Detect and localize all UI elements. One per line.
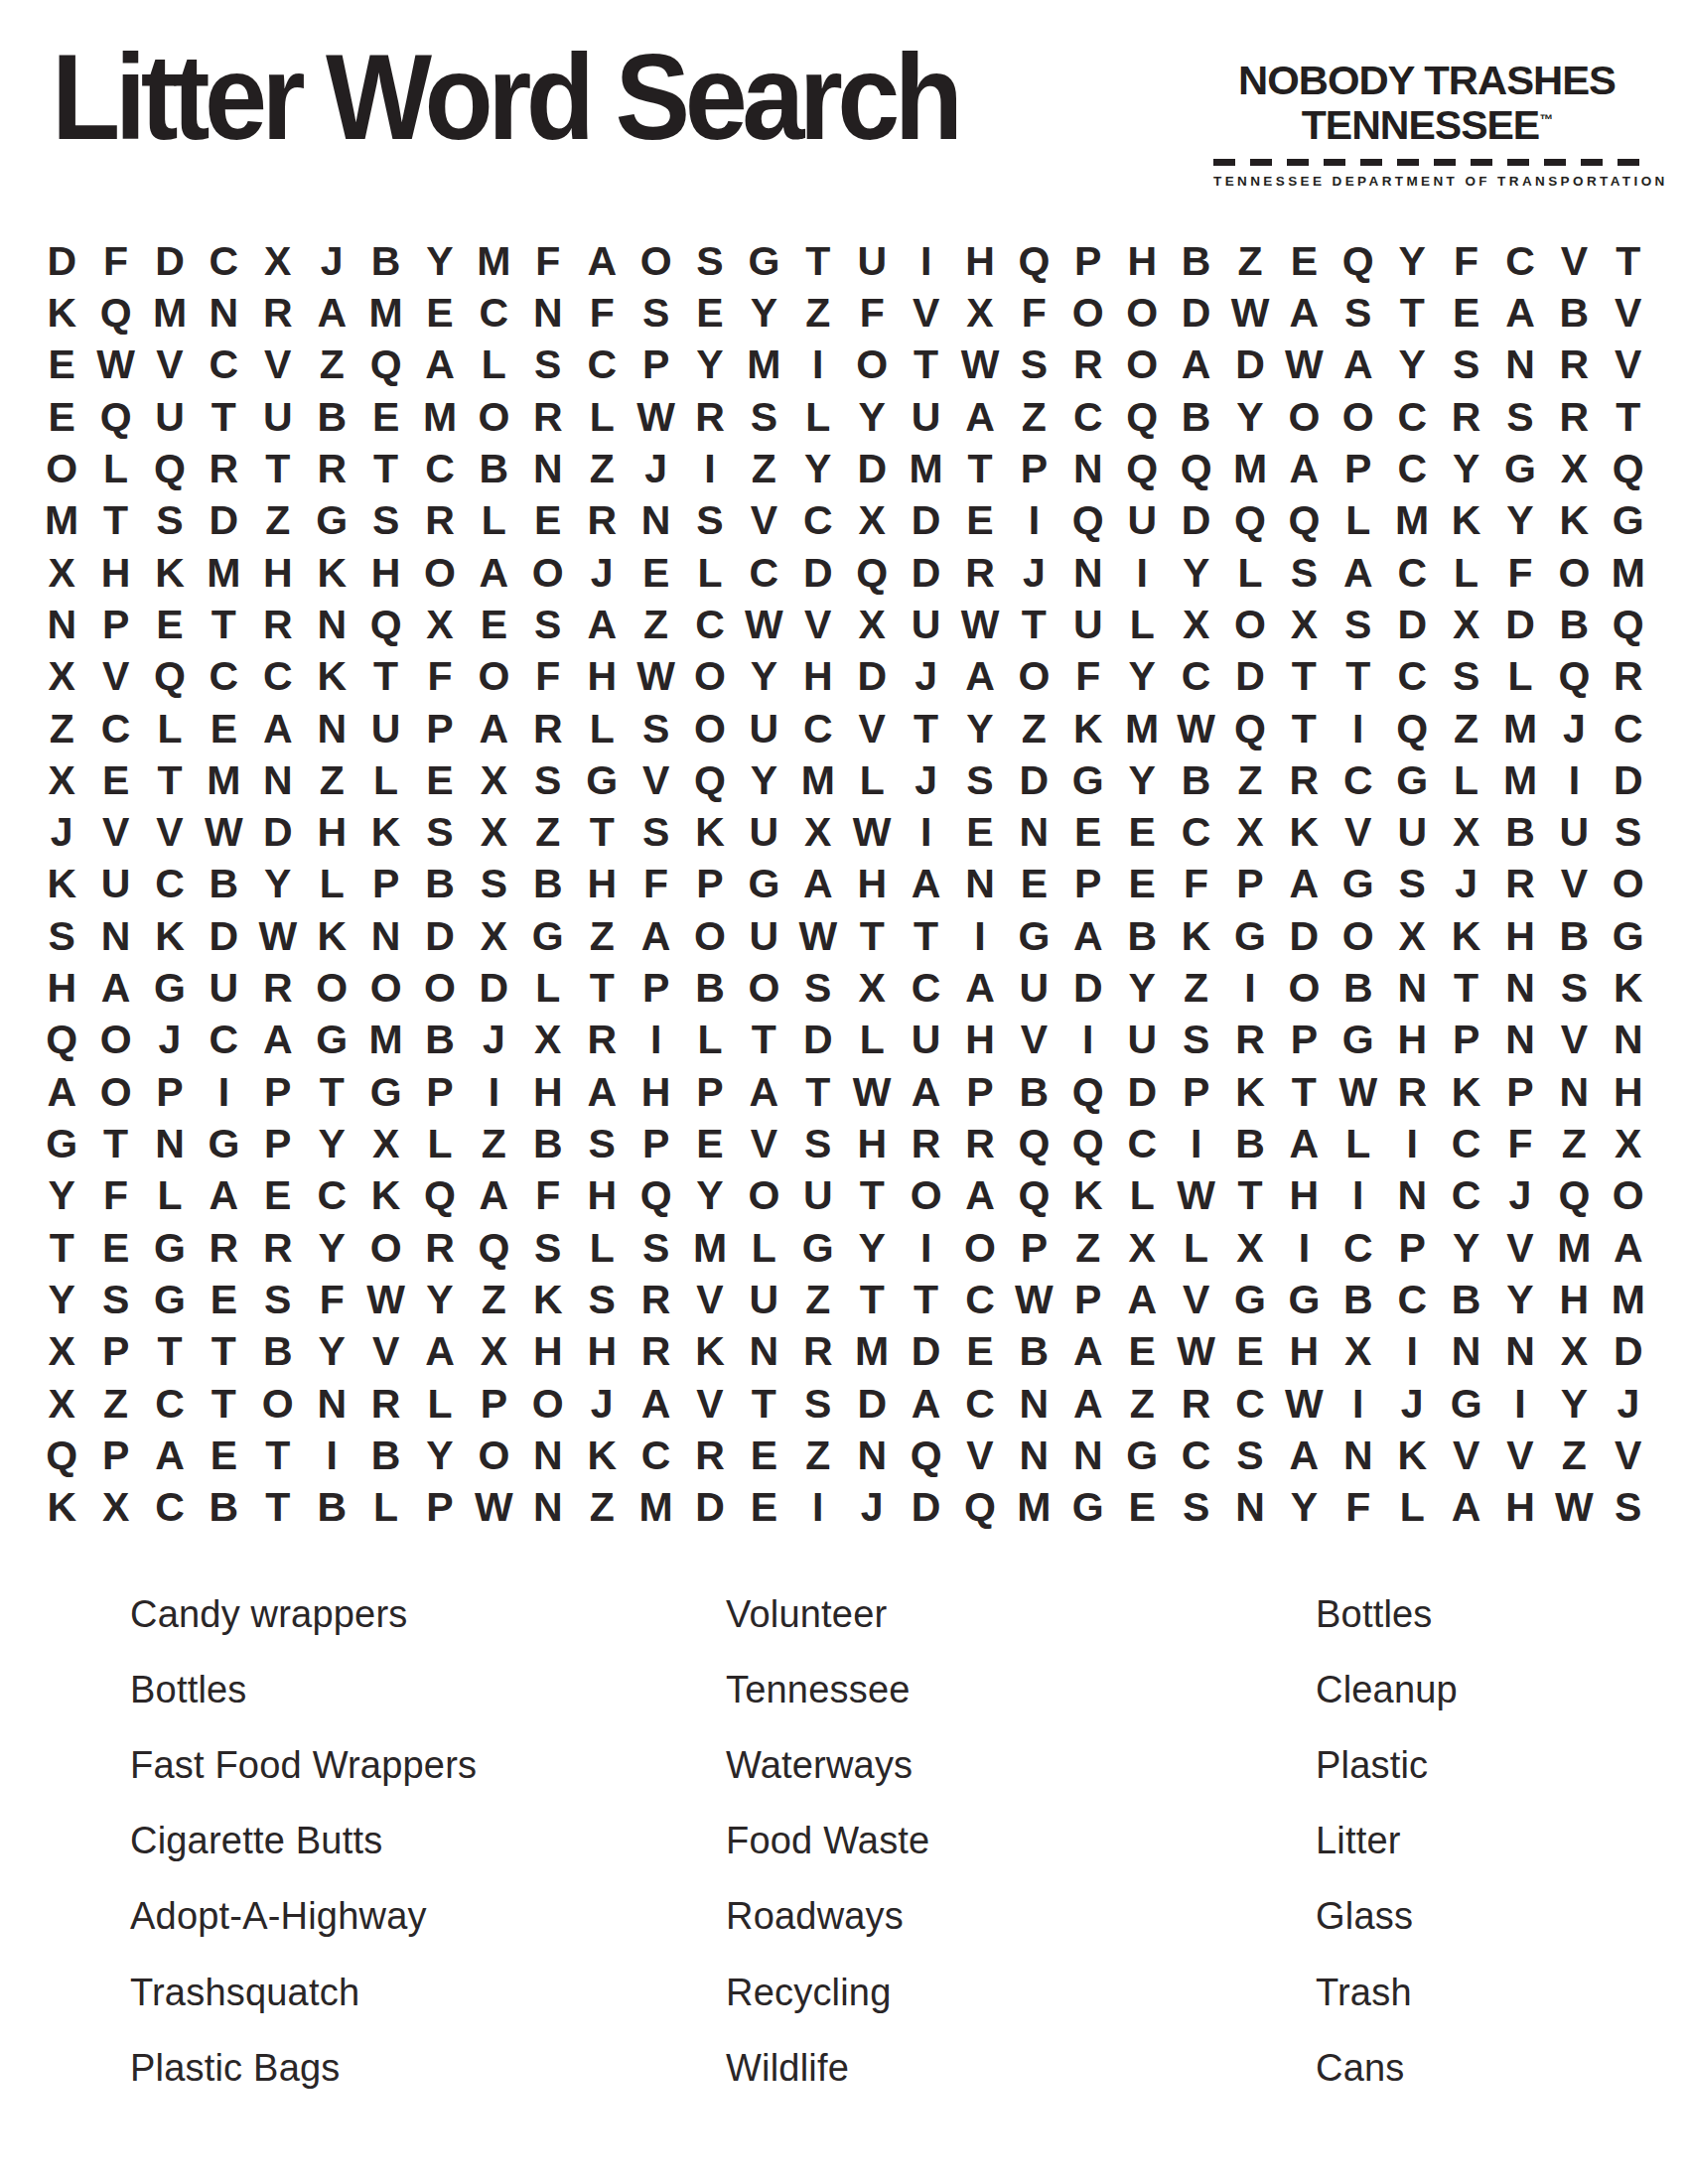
grid-cell-r10c7: U: [358, 703, 412, 754]
grid-cell-r15c10: L: [521, 962, 575, 1014]
grid-cell-r15c27: T: [1439, 962, 1492, 1014]
grid-cell-r8c17: U: [899, 599, 952, 650]
grid-cell-r7c22: Y: [1169, 547, 1222, 599]
grid-cell-r22c28: N: [1493, 1326, 1547, 1378]
grid-cell-r20c1: T: [35, 1222, 88, 1274]
word-list-item: Recycling: [726, 1955, 929, 2030]
word-list-item: Cleanup: [1316, 1652, 1458, 1727]
grid-cell-r11c3: T: [143, 754, 197, 806]
grid-cell-r13c28: R: [1493, 859, 1547, 910]
grid-cell-r21c19: W: [1007, 1274, 1060, 1325]
grid-cell-r6c10: E: [521, 495, 575, 547]
grid-cell-r25c4: B: [197, 1482, 250, 1534]
grid-cell-r25c7: L: [358, 1482, 412, 1534]
grid-cell-r8c28: D: [1493, 599, 1547, 650]
grid-cell-r2c19: F: [1007, 287, 1060, 339]
grid-cell-r2c14: Y: [737, 287, 790, 339]
grid-cell-r25c1: K: [35, 1482, 88, 1534]
grid-cell-r10c24: T: [1277, 703, 1331, 754]
grid-cell-r3c14: M: [737, 340, 790, 391]
grid-cell-r20c16: Y: [845, 1222, 899, 1274]
grid-cell-r20c30: A: [1602, 1222, 1655, 1274]
word-list-item: Waterways: [726, 1727, 929, 1803]
grid-cell-r6c21: U: [1115, 495, 1169, 547]
grid-cell-r12c30: S: [1602, 807, 1655, 859]
grid-cell-r1c12: O: [629, 235, 682, 287]
grid-cell-r18c24: A: [1277, 1118, 1331, 1169]
grid-cell-r5c18: T: [953, 443, 1007, 494]
word-search-grid: DFDCXJBYMFAOSGTUIHQPHBZEQYFCVTKQMNRAMECN…: [35, 235, 1655, 1534]
grid-cell-r8c1: N: [35, 599, 88, 650]
grid-cell-r24c22: C: [1169, 1430, 1222, 1481]
grid-cell-r8c23: O: [1223, 599, 1277, 650]
grid-cell-r22c7: V: [358, 1326, 412, 1378]
grid-cell-r21c13: V: [683, 1274, 737, 1325]
grid-cell-r19c2: F: [88, 1170, 142, 1222]
grid-cell-r12c6: H: [305, 807, 358, 859]
grid-cell-r11c15: M: [791, 754, 845, 806]
grid-cell-r8c22: X: [1169, 599, 1222, 650]
grid-cell-r22c23: E: [1223, 1326, 1277, 1378]
grid-cell-r16c7: M: [358, 1015, 412, 1066]
grid-cell-r5c13: I: [683, 443, 737, 494]
grid-cell-r23c27: G: [1439, 1378, 1492, 1430]
grid-cell-r4c6: B: [305, 391, 358, 443]
grid-cell-r17c1: A: [35, 1066, 88, 1118]
grid-cell-r21c21: A: [1115, 1274, 1169, 1325]
grid-cell-r14c1: S: [35, 910, 88, 962]
grid-cell-r12c19: N: [1007, 807, 1060, 859]
grid-cell-r23c5: O: [251, 1378, 305, 1430]
grid-cell-r18c15: S: [791, 1118, 845, 1169]
grid-cell-r5c7: T: [358, 443, 412, 494]
grid-cell-r19c11: H: [575, 1170, 629, 1222]
grid-cell-r4c9: O: [467, 391, 520, 443]
grid-cell-r10c4: E: [197, 703, 250, 754]
grid-cell-r24c20: N: [1061, 1430, 1115, 1481]
grid-cell-r16c6: G: [305, 1015, 358, 1066]
grid-cell-r10c2: C: [88, 703, 142, 754]
grid-cell-r3c4: C: [197, 340, 250, 391]
grid-cell-r15c29: S: [1547, 962, 1601, 1014]
grid-cell-r14c4: D: [197, 910, 250, 962]
grid-cell-r7c2: H: [88, 547, 142, 599]
grid-cell-r5c6: R: [305, 443, 358, 494]
grid-cell-r17c19: B: [1007, 1066, 1060, 1118]
grid-cell-r5c8: C: [413, 443, 467, 494]
word-list-column-2: VolunteerTennesseeWaterwaysFood WasteRoa…: [726, 1576, 929, 2106]
grid-cell-r19c17: O: [899, 1170, 952, 1222]
grid-cell-r12c10: Z: [521, 807, 575, 859]
grid-cell-r12c24: K: [1277, 807, 1331, 859]
grid-cell-r23c8: L: [413, 1378, 467, 1430]
grid-cell-r1c28: C: [1493, 235, 1547, 287]
grid-cell-r6c30: G: [1602, 495, 1655, 547]
grid-cell-r13c25: G: [1332, 859, 1385, 910]
grid-cell-r12c13: K: [683, 807, 737, 859]
grid-cell-r23c19: N: [1007, 1378, 1060, 1430]
grid-cell-r2c20: O: [1061, 287, 1115, 339]
dashed-road-line: [1213, 159, 1640, 166]
grid-cell-r21c30: M: [1602, 1274, 1655, 1325]
grid-cell-r18c9: Z: [467, 1118, 520, 1169]
grid-cell-r1c2: F: [88, 235, 142, 287]
grid-cell-r14c9: X: [467, 910, 520, 962]
grid-cell-r1c8: Y: [413, 235, 467, 287]
grid-cell-r22c16: M: [845, 1326, 899, 1378]
nobody-trashes-tennessee-logo: NOBODY TRASHES TENNESSEE™ TENNESSEE DEPA…: [1213, 58, 1640, 189]
grid-cell-r14c17: T: [899, 910, 952, 962]
grid-cell-r23c12: A: [629, 1378, 682, 1430]
grid-cell-r22c20: A: [1061, 1326, 1115, 1378]
word-list-item: Cigarette Butts: [130, 1804, 477, 1879]
grid-cell-r18c17: R: [899, 1118, 952, 1169]
grid-cell-r9c11: H: [575, 651, 629, 703]
grid-cell-r9c27: S: [1439, 651, 1492, 703]
grid-cell-r3c12: P: [629, 340, 682, 391]
grid-cell-r24c17: Q: [899, 1430, 952, 1481]
grid-cell-r7c13: L: [683, 547, 737, 599]
grid-cell-r25c18: Q: [953, 1482, 1007, 1534]
grid-cell-r20c27: Y: [1439, 1222, 1492, 1274]
grid-cell-r9c8: F: [413, 651, 467, 703]
grid-cell-r17c10: H: [521, 1066, 575, 1118]
grid-cell-r23c26: J: [1385, 1378, 1439, 1430]
grid-cell-r24c26: K: [1385, 1430, 1439, 1481]
word-list-column-1: Candy wrappersBottlesFast Food WrappersC…: [130, 1576, 477, 2106]
grid-cell-r4c1: E: [35, 391, 88, 443]
grid-cell-r2c11: F: [575, 287, 629, 339]
grid-cell-r1c7: B: [358, 235, 412, 287]
grid-cell-r13c15: A: [791, 859, 845, 910]
grid-cell-r10c29: J: [1547, 703, 1601, 754]
grid-cell-r14c25: O: [1332, 910, 1385, 962]
grid-cell-r11c19: D: [1007, 754, 1060, 806]
grid-cell-r6c27: K: [1439, 495, 1492, 547]
grid-cell-r15c23: I: [1223, 962, 1277, 1014]
grid-cell-r10c5: A: [251, 703, 305, 754]
grid-cell-r11c1: X: [35, 754, 88, 806]
grid-cell-r24c16: N: [845, 1430, 899, 1481]
grid-cell-r18c18: R: [953, 1118, 1007, 1169]
grid-cell-r9c16: D: [845, 651, 899, 703]
grid-cell-r9c2: V: [88, 651, 142, 703]
grid-cell-r18c7: X: [358, 1118, 412, 1169]
grid-cell-r23c9: P: [467, 1378, 520, 1430]
grid-cell-r2c25: S: [1332, 287, 1385, 339]
grid-cell-r1c24: E: [1277, 235, 1331, 287]
grid-cell-r22c1: X: [35, 1326, 88, 1378]
grid-cell-r14c3: K: [143, 910, 197, 962]
grid-cell-r21c28: Y: [1493, 1274, 1547, 1325]
grid-cell-r16c20: I: [1061, 1015, 1115, 1066]
grid-cell-r2c13: E: [683, 287, 737, 339]
word-list-item: Wildlife: [726, 2030, 929, 2106]
word-list-item: Plastic: [1316, 1727, 1458, 1803]
grid-cell-r15c21: Y: [1115, 962, 1169, 1014]
grid-cell-r14c13: O: [683, 910, 737, 962]
grid-cell-r5c21: Q: [1115, 443, 1169, 494]
grid-cell-r24c24: A: [1277, 1430, 1331, 1481]
grid-cell-r16c19: V: [1007, 1015, 1060, 1066]
grid-cell-r1c11: A: [575, 235, 629, 287]
grid-cell-r19c15: U: [791, 1170, 845, 1222]
grid-cell-r6c17: D: [899, 495, 952, 547]
grid-cell-r9c26: C: [1385, 651, 1439, 703]
grid-cell-r16c12: I: [629, 1015, 682, 1066]
grid-cell-r1c1: D: [35, 235, 88, 287]
grid-cell-r21c14: U: [737, 1274, 790, 1325]
grid-cell-r10c18: Y: [953, 703, 1007, 754]
litter-word-search-worksheet: Litter Word Search NOBODY TRASHES TENNES…: [0, 0, 1688, 2184]
grid-cell-r3c23: D: [1223, 340, 1277, 391]
grid-cell-r4c28: S: [1493, 391, 1547, 443]
grid-cell-r24c23: S: [1223, 1430, 1277, 1481]
grid-cell-r8c6: N: [305, 599, 358, 650]
grid-cell-r25c28: H: [1493, 1482, 1547, 1534]
grid-cell-r10c9: A: [467, 703, 520, 754]
grid-cell-r3c18: W: [953, 340, 1007, 391]
grid-cell-r3c7: Q: [358, 340, 412, 391]
grid-cell-r12c18: E: [953, 807, 1007, 859]
word-list-item: Adopt-A-Highway: [130, 1879, 477, 1955]
grid-cell-r25c2: X: [88, 1482, 142, 1534]
grid-cell-r20c24: I: [1277, 1222, 1331, 1274]
grid-cell-r23c22: R: [1169, 1378, 1222, 1430]
grid-cell-r14c12: A: [629, 910, 682, 962]
grid-cell-r8c10: S: [521, 599, 575, 650]
grid-cell-r11c12: V: [629, 754, 682, 806]
grid-cell-r4c5: U: [251, 391, 305, 443]
grid-cell-r4c17: U: [899, 391, 952, 443]
grid-cell-r10c28: M: [1493, 703, 1547, 754]
grid-cell-r23c6: N: [305, 1378, 358, 1430]
grid-cell-r23c23: C: [1223, 1378, 1277, 1430]
grid-cell-r18c26: I: [1385, 1118, 1439, 1169]
grid-cell-r6c6: G: [305, 495, 358, 547]
grid-cell-r23c15: S: [791, 1378, 845, 1430]
grid-cell-r16c10: X: [521, 1015, 575, 1066]
grid-cell-r12c21: E: [1115, 807, 1169, 859]
grid-cell-r19c9: A: [467, 1170, 520, 1222]
grid-cell-r5c27: Y: [1439, 443, 1492, 494]
grid-cell-r17c15: T: [791, 1066, 845, 1118]
grid-cell-r16c11: R: [575, 1015, 629, 1066]
grid-cell-r22c8: A: [413, 1326, 467, 1378]
grid-cell-r13c24: A: [1277, 859, 1331, 910]
grid-cell-r7c23: L: [1223, 547, 1277, 599]
grid-cell-r25c19: M: [1007, 1482, 1060, 1534]
grid-cell-r13c27: J: [1439, 859, 1492, 910]
grid-cell-r8c14: W: [737, 599, 790, 650]
grid-cell-r12c15: X: [791, 807, 845, 859]
grid-cell-r4c21: Q: [1115, 391, 1169, 443]
grid-cell-r12c20: E: [1061, 807, 1115, 859]
grid-cell-r6c22: D: [1169, 495, 1222, 547]
grid-cell-r23c21: Z: [1115, 1378, 1169, 1430]
grid-cell-r14c14: U: [737, 910, 790, 962]
grid-cell-r21c26: C: [1385, 1274, 1439, 1325]
grid-cell-r2c17: V: [899, 287, 952, 339]
grid-cell-r11c2: E: [88, 754, 142, 806]
grid-cell-r1c20: P: [1061, 235, 1115, 287]
grid-cell-r22c19: B: [1007, 1326, 1060, 1378]
grid-cell-r17c25: W: [1332, 1066, 1385, 1118]
grid-cell-r11c20: G: [1061, 754, 1115, 806]
grid-cell-r25c12: M: [629, 1482, 682, 1534]
grid-cell-r19c19: Q: [1007, 1170, 1060, 1222]
grid-cell-r21c10: K: [521, 1274, 575, 1325]
grid-cell-r19c1: Y: [35, 1170, 88, 1222]
grid-cell-r18c23: B: [1223, 1118, 1277, 1169]
grid-cell-r23c29: Y: [1547, 1378, 1601, 1430]
grid-cell-r7c26: C: [1385, 547, 1439, 599]
grid-cell-r20c22: L: [1169, 1222, 1222, 1274]
grid-cell-r24c21: G: [1115, 1430, 1169, 1481]
grid-cell-r24c25: N: [1332, 1430, 1385, 1481]
grid-cell-r5c29: X: [1547, 443, 1601, 494]
grid-cell-r22c29: X: [1547, 1326, 1601, 1378]
logo-tennessee-text: TENNESSEE: [1302, 102, 1539, 148]
grid-cell-r12c23: X: [1223, 807, 1277, 859]
grid-cell-r20c29: M: [1547, 1222, 1601, 1274]
grid-cell-r25c21: E: [1115, 1482, 1169, 1534]
grid-cell-r5c9: B: [467, 443, 520, 494]
grid-cell-r23c17: A: [899, 1378, 952, 1430]
grid-cell-r23c20: A: [1061, 1378, 1115, 1430]
grid-cell-r11c11: G: [575, 754, 629, 806]
grid-cell-r10c21: M: [1115, 703, 1169, 754]
grid-cell-r18c19: Q: [1007, 1118, 1060, 1169]
word-list-column-3: BottlesCleanupPlasticLitterGlassTrashCan…: [1316, 1576, 1458, 2106]
grid-cell-r4c18: A: [953, 391, 1007, 443]
grid-cell-r5c5: T: [251, 443, 305, 494]
grid-cell-r19c27: C: [1439, 1170, 1492, 1222]
grid-cell-r23c30: J: [1602, 1378, 1655, 1430]
grid-cell-r4c19: Z: [1007, 391, 1060, 443]
grid-cell-r17c2: O: [88, 1066, 142, 1118]
grid-cell-r23c10: O: [521, 1378, 575, 1430]
grid-cell-r3c20: R: [1061, 340, 1115, 391]
grid-cell-r13c21: E: [1115, 859, 1169, 910]
grid-cell-r14c30: G: [1602, 910, 1655, 962]
grid-cell-r17c16: W: [845, 1066, 899, 1118]
grid-cell-r7c17: D: [899, 547, 952, 599]
grid-cell-r4c20: C: [1061, 391, 1115, 443]
grid-cell-r21c20: P: [1061, 1274, 1115, 1325]
grid-cell-r2c24: A: [1277, 287, 1331, 339]
grid-cell-r9c24: T: [1277, 651, 1331, 703]
grid-cell-r24c15: Z: [791, 1430, 845, 1481]
grid-cell-r20c17: I: [899, 1222, 952, 1274]
grid-cell-r7c10: O: [521, 547, 575, 599]
grid-cell-r16c9: J: [467, 1015, 520, 1066]
grid-cell-r1c17: I: [899, 235, 952, 287]
grid-cell-r2c1: K: [35, 287, 88, 339]
grid-cell-r21c4: E: [197, 1274, 250, 1325]
word-list-item: Volunteer: [726, 1576, 929, 1652]
grid-cell-r24c7: B: [358, 1430, 412, 1481]
grid-cell-r7c15: D: [791, 547, 845, 599]
grid-cell-r24c5: T: [251, 1430, 305, 1481]
grid-cell-r18c11: S: [575, 1118, 629, 1169]
grid-cell-r4c12: W: [629, 391, 682, 443]
grid-cell-r22c11: H: [575, 1326, 629, 1378]
grid-cell-r11c21: Y: [1115, 754, 1169, 806]
grid-cell-r12c5: D: [251, 807, 305, 859]
grid-cell-r17c5: P: [251, 1066, 305, 1118]
grid-cell-r6c11: R: [575, 495, 629, 547]
grid-cell-r18c29: Z: [1547, 1118, 1601, 1169]
grid-cell-r5c19: P: [1007, 443, 1060, 494]
grid-cell-r7c16: Q: [845, 547, 899, 599]
grid-cell-r9c30: R: [1602, 651, 1655, 703]
grid-cell-r17c9: I: [467, 1066, 520, 1118]
grid-cell-r11c16: L: [845, 754, 899, 806]
grid-cell-r16c4: C: [197, 1015, 250, 1066]
grid-cell-r11c4: M: [197, 754, 250, 806]
grid-cell-r14c26: X: [1385, 910, 1439, 962]
grid-cell-r22c27: N: [1439, 1326, 1492, 1378]
grid-cell-r8c5: R: [251, 599, 305, 650]
grid-cell-r7c11: J: [575, 547, 629, 599]
grid-cell-r4c22: B: [1169, 391, 1222, 443]
grid-cell-r1c16: U: [845, 235, 899, 287]
grid-cell-r19c8: Q: [413, 1170, 467, 1222]
grid-cell-r9c14: Y: [737, 651, 790, 703]
grid-cell-r18c8: L: [413, 1118, 467, 1169]
grid-cell-r3c1: E: [35, 340, 88, 391]
grid-cell-r4c16: Y: [845, 391, 899, 443]
grid-cell-r23c3: C: [143, 1378, 197, 1430]
grid-cell-r21c2: S: [88, 1274, 142, 1325]
grid-cell-r2c30: V: [1602, 287, 1655, 339]
grid-cell-r13c23: P: [1223, 859, 1277, 910]
grid-cell-r2c23: W: [1223, 287, 1277, 339]
grid-cell-r6c13: S: [683, 495, 737, 547]
grid-cell-r6c18: E: [953, 495, 1007, 547]
grid-cell-r10c3: L: [143, 703, 197, 754]
grid-cell-r24c8: Y: [413, 1430, 467, 1481]
grid-cell-r25c14: E: [737, 1482, 790, 1534]
grid-cell-r13c18: N: [953, 859, 1007, 910]
grid-cell-r7c3: K: [143, 547, 197, 599]
grid-cell-r20c20: Z: [1061, 1222, 1115, 1274]
grid-cell-r6c25: L: [1332, 495, 1385, 547]
grid-cell-r19c23: T: [1223, 1170, 1277, 1222]
grid-cell-r2c2: Q: [88, 287, 142, 339]
grid-cell-r17c13: P: [683, 1066, 737, 1118]
grid-cell-r25c13: D: [683, 1482, 737, 1534]
grid-cell-r18c21: C: [1115, 1118, 1169, 1169]
grid-cell-r21c8: Y: [413, 1274, 467, 1325]
grid-cell-r11c6: Z: [305, 754, 358, 806]
grid-cell-r15c26: N: [1385, 962, 1439, 1014]
grid-cell-r20c23: X: [1223, 1222, 1277, 1274]
grid-cell-r16c25: G: [1332, 1015, 1385, 1066]
grid-cell-r21c9: Z: [467, 1274, 520, 1325]
grid-cell-r12c22: C: [1169, 807, 1222, 859]
grid-cell-r9c23: D: [1223, 651, 1277, 703]
grid-cell-r1c9: M: [467, 235, 520, 287]
grid-cell-r20c5: R: [251, 1222, 305, 1274]
grid-cell-r12c26: U: [1385, 807, 1439, 859]
grid-cell-r17c7: G: [358, 1066, 412, 1118]
grid-cell-r20c13: M: [683, 1222, 737, 1274]
word-list-item: Trash: [1316, 1955, 1458, 2030]
grid-cell-r13c20: P: [1061, 859, 1115, 910]
grid-cell-r22c10: H: [521, 1326, 575, 1378]
